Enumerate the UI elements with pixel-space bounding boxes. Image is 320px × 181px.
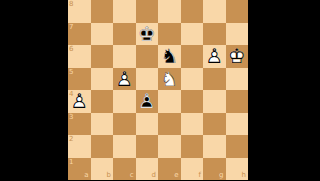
black-pawn[interactable]: ♟♙ — [136, 90, 159, 113]
square-e7[interactable] — [158, 23, 181, 46]
square-c5[interactable]: ♟♙ — [113, 68, 136, 91]
square-e8[interactable] — [158, 0, 181, 23]
white-knight-outline-glyph: ♘ — [158, 68, 181, 91]
black-pawn-outline-glyph: ♙ — [136, 90, 159, 113]
square-f5[interactable] — [181, 68, 204, 91]
square-c1[interactable]: c — [113, 158, 136, 181]
square-f3[interactable] — [181, 113, 204, 136]
letterbox-right — [248, 0, 320, 180]
square-g6[interactable]: ♟♙ — [203, 45, 226, 68]
white-pawn-outline-glyph: ♙ — [203, 45, 226, 68]
rank-label-7: 7 — [69, 24, 73, 31]
square-g5[interactable] — [203, 68, 226, 91]
square-c8[interactable] — [113, 0, 136, 23]
square-g8[interactable] — [203, 0, 226, 23]
file-label-g: g — [219, 172, 223, 179]
square-g3[interactable] — [203, 113, 226, 136]
white-king-outline-glyph: ♔ — [226, 45, 249, 68]
square-d2[interactable] — [136, 135, 159, 158]
square-f2[interactable] — [181, 135, 204, 158]
square-f6[interactable] — [181, 45, 204, 68]
square-d6[interactable] — [136, 45, 159, 68]
white-pawn[interactable]: ♟♙ — [203, 45, 226, 68]
file-label-c: c — [130, 172, 134, 179]
square-c4[interactable] — [113, 90, 136, 113]
rank-label-6: 6 — [69, 46, 73, 53]
square-b8[interactable] — [91, 0, 114, 23]
rank-label-3: 3 — [69, 114, 73, 121]
square-e5[interactable]: ♞♘ — [158, 68, 181, 91]
rank-label-8: 8 — [69, 1, 73, 8]
square-c7[interactable] — [113, 23, 136, 46]
square-e6[interactable]: ♞♘ — [158, 45, 181, 68]
square-b3[interactable] — [91, 113, 114, 136]
square-a8[interactable]: 8 — [68, 0, 91, 23]
square-d3[interactable] — [136, 113, 159, 136]
square-b5[interactable] — [91, 68, 114, 91]
video-frame: 87♚♔6♞♘♟♙♚♔5♟♙♞♘4♟♙♟♙321abcdefgh — [0, 0, 320, 180]
square-e4[interactable] — [158, 90, 181, 113]
square-g2[interactable] — [203, 135, 226, 158]
white-pawn-outline-glyph: ♙ — [68, 90, 91, 113]
square-d1[interactable]: d — [136, 158, 159, 181]
square-b7[interactable] — [91, 23, 114, 46]
black-king-outline-glyph: ♔ — [136, 23, 159, 46]
square-d7[interactable]: ♚♔ — [136, 23, 159, 46]
white-king[interactable]: ♚♔ — [226, 45, 249, 68]
square-g4[interactable] — [203, 90, 226, 113]
black-knight-outline-glyph: ♘ — [158, 45, 181, 68]
file-label-a: a — [84, 172, 88, 179]
square-c6[interactable] — [113, 45, 136, 68]
square-a1[interactable]: 1a — [68, 158, 91, 181]
square-g7[interactable] — [203, 23, 226, 46]
rank-label-2: 2 — [69, 136, 73, 143]
rank-label-5: 5 — [69, 69, 73, 76]
square-c2[interactable] — [113, 135, 136, 158]
square-h2[interactable] — [226, 135, 249, 158]
white-knight[interactable]: ♞♘ — [158, 68, 181, 91]
white-pawn[interactable]: ♟♙ — [113, 68, 136, 91]
rank-label-1: 1 — [69, 159, 73, 166]
white-pawn[interactable]: ♟♙ — [68, 90, 91, 113]
square-g1[interactable]: g — [203, 158, 226, 181]
square-a6[interactable]: 6 — [68, 45, 91, 68]
square-h1[interactable]: h — [226, 158, 249, 181]
file-label-d: d — [152, 172, 156, 179]
square-a7[interactable]: 7 — [68, 23, 91, 46]
square-e1[interactable]: e — [158, 158, 181, 181]
square-h3[interactable] — [226, 113, 249, 136]
square-a2[interactable]: 2 — [68, 135, 91, 158]
square-h7[interactable] — [226, 23, 249, 46]
square-a3[interactable]: 3 — [68, 113, 91, 136]
square-f8[interactable] — [181, 0, 204, 23]
square-a5[interactable]: 5 — [68, 68, 91, 91]
square-f7[interactable] — [181, 23, 204, 46]
white-pawn-outline-glyph: ♙ — [113, 68, 136, 91]
file-label-h: h — [242, 172, 246, 179]
square-d8[interactable] — [136, 0, 159, 23]
square-h6[interactable]: ♚♔ — [226, 45, 249, 68]
square-b6[interactable] — [91, 45, 114, 68]
square-h4[interactable] — [226, 90, 249, 113]
square-b2[interactable] — [91, 135, 114, 158]
square-d4[interactable]: ♟♙ — [136, 90, 159, 113]
square-b4[interactable] — [91, 90, 114, 113]
file-label-f: f — [199, 172, 201, 179]
square-h5[interactable] — [226, 68, 249, 91]
black-king[interactable]: ♚♔ — [136, 23, 159, 46]
file-label-b: b — [107, 172, 111, 179]
letterbox-left — [0, 0, 68, 180]
square-e3[interactable] — [158, 113, 181, 136]
square-d5[interactable] — [136, 68, 159, 91]
chess-board: 87♚♔6♞♘♟♙♚♔5♟♙♞♘4♟♙♟♙321abcdefgh — [68, 0, 248, 180]
black-knight[interactable]: ♞♘ — [158, 45, 181, 68]
square-a4[interactable]: 4♟♙ — [68, 90, 91, 113]
square-f1[interactable]: f — [181, 158, 204, 181]
square-e2[interactable] — [158, 135, 181, 158]
square-h8[interactable] — [226, 0, 249, 23]
square-f4[interactable] — [181, 90, 204, 113]
file-label-e: e — [174, 172, 178, 179]
square-c3[interactable] — [113, 113, 136, 136]
square-b1[interactable]: b — [91, 158, 114, 181]
